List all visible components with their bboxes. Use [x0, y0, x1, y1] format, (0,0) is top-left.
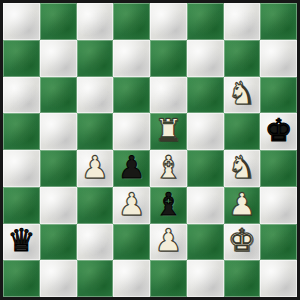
square-d7[interactable]	[113, 40, 150, 77]
square-g5[interactable]	[224, 113, 261, 150]
square-a1[interactable]	[3, 260, 40, 297]
white-pawn[interactable]: ♟	[81, 152, 109, 183]
square-e7[interactable]	[150, 40, 187, 77]
white-king[interactable]: ♚	[228, 225, 256, 256]
square-g7[interactable]	[224, 40, 261, 77]
white-pawn[interactable]: ♟	[228, 189, 256, 220]
square-d1[interactable]	[113, 260, 150, 297]
square-g4[interactable]: ♞	[224, 150, 261, 187]
square-c7[interactable]	[77, 40, 114, 77]
square-g2[interactable]: ♚	[224, 224, 261, 261]
white-knight[interactable]: ♞	[228, 78, 256, 109]
square-b7[interactable]	[40, 40, 77, 77]
square-h7[interactable]	[260, 40, 297, 77]
square-e2[interactable]: ♟	[150, 224, 187, 261]
black-bishop[interactable]: ♝	[154, 189, 182, 220]
square-b1[interactable]	[40, 260, 77, 297]
square-f4[interactable]	[187, 150, 224, 187]
square-c8[interactable]	[77, 3, 114, 40]
square-f6[interactable]	[187, 77, 224, 114]
square-e1[interactable]	[150, 260, 187, 297]
square-d5[interactable]	[113, 113, 150, 150]
square-g6[interactable]: ♞	[224, 77, 261, 114]
square-a4[interactable]	[3, 150, 40, 187]
square-a6[interactable]	[3, 77, 40, 114]
square-c4[interactable]: ♟	[77, 150, 114, 187]
square-d8[interactable]	[113, 3, 150, 40]
square-a5[interactable]	[3, 113, 40, 150]
square-e5[interactable]: ♜	[150, 113, 187, 150]
square-e4[interactable]: ♝	[150, 150, 187, 187]
white-pawn[interactable]: ♟	[118, 189, 146, 220]
square-d3[interactable]: ♟	[113, 187, 150, 224]
square-e3[interactable]: ♝	[150, 187, 187, 224]
square-h2[interactable]	[260, 224, 297, 261]
black-queen[interactable]: ♛	[7, 225, 35, 256]
square-b4[interactable]	[40, 150, 77, 187]
square-c3[interactable]	[77, 187, 114, 224]
square-h6[interactable]	[260, 77, 297, 114]
square-b3[interactable]	[40, 187, 77, 224]
square-b5[interactable]	[40, 113, 77, 150]
square-d6[interactable]	[113, 77, 150, 114]
square-f5[interactable]	[187, 113, 224, 150]
square-c5[interactable]	[77, 113, 114, 150]
chess-board: ♞♜♚♟♟♝♞♟♝♟♛♟♚	[3, 3, 297, 297]
square-d4[interactable]: ♟	[113, 150, 150, 187]
square-f3[interactable]	[187, 187, 224, 224]
square-e6[interactable]	[150, 77, 187, 114]
square-b2[interactable]	[40, 224, 77, 261]
white-knight[interactable]: ♞	[228, 152, 256, 183]
square-g1[interactable]	[224, 260, 261, 297]
square-c6[interactable]	[77, 77, 114, 114]
chess-board-frame: ♞♜♚♟♟♝♞♟♝♟♛♟♚	[0, 0, 300, 300]
white-pawn[interactable]: ♟	[154, 225, 182, 256]
black-king[interactable]: ♚	[265, 115, 293, 146]
square-e8[interactable]	[150, 3, 187, 40]
square-a7[interactable]	[3, 40, 40, 77]
square-h4[interactable]	[260, 150, 297, 187]
square-f8[interactable]	[187, 3, 224, 40]
square-h3[interactable]	[260, 187, 297, 224]
square-g8[interactable]	[224, 3, 261, 40]
white-rook[interactable]: ♜	[154, 115, 182, 146]
square-f2[interactable]	[187, 224, 224, 261]
white-bishop[interactable]: ♝	[154, 152, 182, 183]
square-h8[interactable]	[260, 3, 297, 40]
square-h1[interactable]	[260, 260, 297, 297]
square-g3[interactable]: ♟	[224, 187, 261, 224]
square-h5[interactable]: ♚	[260, 113, 297, 150]
square-c2[interactable]	[77, 224, 114, 261]
square-f7[interactable]	[187, 40, 224, 77]
square-a3[interactable]	[3, 187, 40, 224]
square-b6[interactable]	[40, 77, 77, 114]
black-pawn[interactable]: ♟	[118, 152, 146, 183]
square-c1[interactable]	[77, 260, 114, 297]
square-a2[interactable]: ♛	[3, 224, 40, 261]
square-b8[interactable]	[40, 3, 77, 40]
square-f1[interactable]	[187, 260, 224, 297]
square-a8[interactable]	[3, 3, 40, 40]
square-d2[interactable]	[113, 224, 150, 261]
